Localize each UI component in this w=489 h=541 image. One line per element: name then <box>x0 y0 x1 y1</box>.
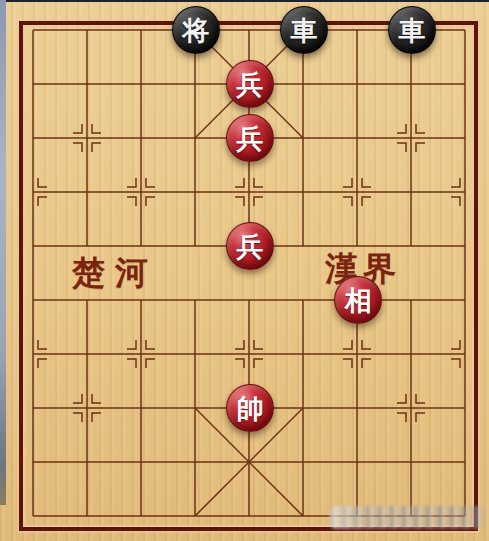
xiangqi-app: 楚河 漢界 将車車兵兵兵相帥 <box>0 0 489 541</box>
piece-black-general[interactable]: 将 <box>172 6 220 54</box>
piece-red-elephant[interactable]: 相 <box>334 276 382 324</box>
watermark-blur <box>330 506 485 529</box>
piece-red-general[interactable]: 帥 <box>226 384 274 432</box>
river-label-chu-he: 楚河 <box>72 252 158 294</box>
screen-top-edge <box>0 0 489 2</box>
piece-red-soldier-2[interactable]: 兵 <box>226 114 274 162</box>
screen-left-edge <box>0 0 6 505</box>
piece-red-soldier-1[interactable]: 兵 <box>226 60 274 108</box>
piece-black-chariot-1[interactable]: 車 <box>280 6 328 54</box>
piece-red-soldier-3[interactable]: 兵 <box>226 222 274 270</box>
piece-black-chariot-2[interactable]: 車 <box>388 6 436 54</box>
